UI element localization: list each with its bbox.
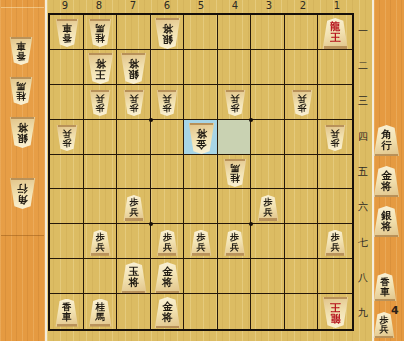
piece-kanji: 将 — [381, 221, 392, 232]
shogi-app: { "game": "shogi", "position": { "sfen":… — [0, 0, 404, 341]
piece-kanji: 銀 — [381, 210, 392, 221]
hand-piece-sente-角行[interactable]: 角行 — [373, 125, 400, 156]
piece-kanji: 角 — [381, 129, 392, 140]
hand-piece-sente-香車[interactable]: 香車 — [373, 273, 397, 301]
piece-kanji: 車 — [380, 287, 390, 297]
hand-count: 4 — [391, 304, 399, 317]
piece-kanji: 香 — [380, 277, 390, 287]
hand-piece-sente-銀将[interactable]: 銀将 — [373, 206, 400, 237]
piece-kanji: 金 — [381, 170, 392, 181]
piece-kanji: 兵 — [380, 325, 389, 335]
hand-piece-sente-金将[interactable]: 金将 — [373, 166, 400, 197]
piece-kanji: 行 — [381, 140, 392, 151]
piece-kanji: 将 — [381, 181, 392, 192]
